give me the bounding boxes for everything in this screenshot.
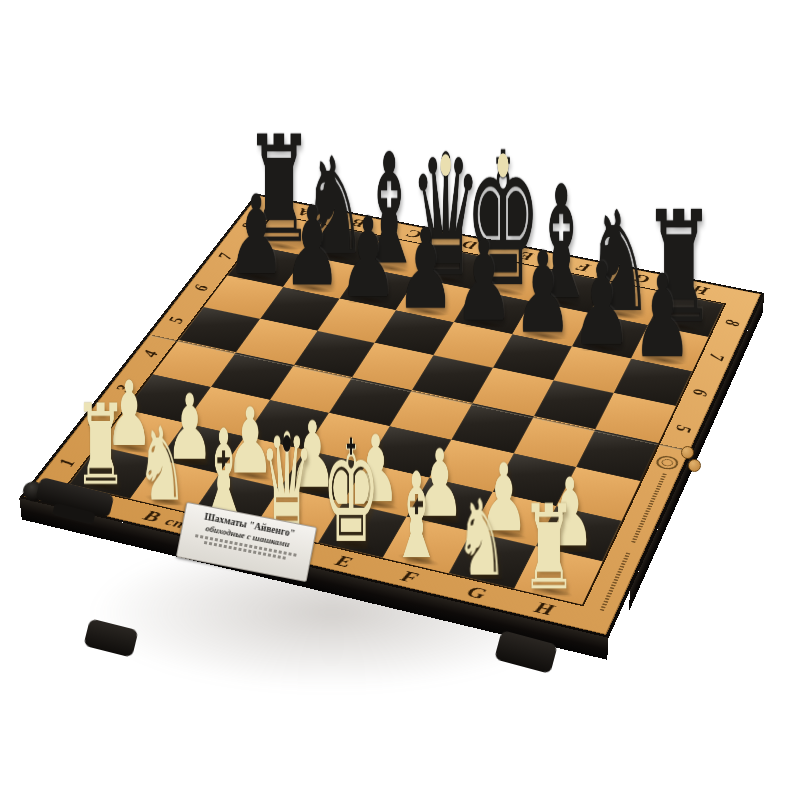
chess-case: ♜♞♝♛●♚●♝♞♜♟♟♟♟♟♟♟♟♟♟♟♟♟♟♟♟♜♞♝♛●♚✚♝♞♜ ABC… (19, 194, 764, 638)
piece-black-pawn[interactable]: ♟ (396, 226, 455, 315)
piece-black-pawn[interactable]: ♟ (572, 261, 632, 352)
piece-white-king[interactable]: ♚✚ (322, 437, 380, 549)
piece-white-bishop[interactable]: ♝ (390, 469, 442, 564)
scene: ♜♞♝♛●♚●♝♞♜♟♟♟♟♟♟♟♟♟♟♟♟♟♟♟♟♜♞♝♛●♚✚♝♞♜ ABC… (0, 0, 800, 800)
finial-ball-icon: ● (440, 149, 452, 178)
clasp-knob (688, 459, 701, 472)
finial-cross-icon: ✚ (346, 437, 355, 461)
piece-black-pawn[interactable]: ♟ (513, 249, 572, 339)
finial-ball-icon: ● (497, 147, 510, 178)
maker-logo-stamp (654, 454, 681, 471)
clasp-knob (681, 446, 694, 459)
finial-ball-icon: ● (282, 432, 291, 454)
piece-black-pawn[interactable]: ♟ (339, 215, 397, 303)
piece-white-rook[interactable]: ♜ (521, 502, 576, 595)
product-photo: { "game": { "name": "chess", "position":… (0, 0, 800, 800)
piece-white-knight[interactable]: ♞ (137, 423, 187, 504)
piece-black-pawn[interactable]: ♟ (632, 272, 692, 363)
board-border: ♜♞♝♛●♚●♝♞♜♟♟♟♟♟♟♟♟♟♟♟♟♟♟♟♟♜♞♝♛●♚✚♝♞♜ ABC… (24, 195, 761, 635)
piece-white-knight[interactable]: ♞ (456, 495, 508, 579)
piece-white-rook[interactable]: ♜ (74, 401, 127, 490)
piece-black-pawn[interactable]: ♟ (283, 204, 341, 292)
piece-black-pawn[interactable]: ♟ (454, 237, 513, 326)
piece-black-pawn[interactable]: ♟ (227, 193, 284, 280)
